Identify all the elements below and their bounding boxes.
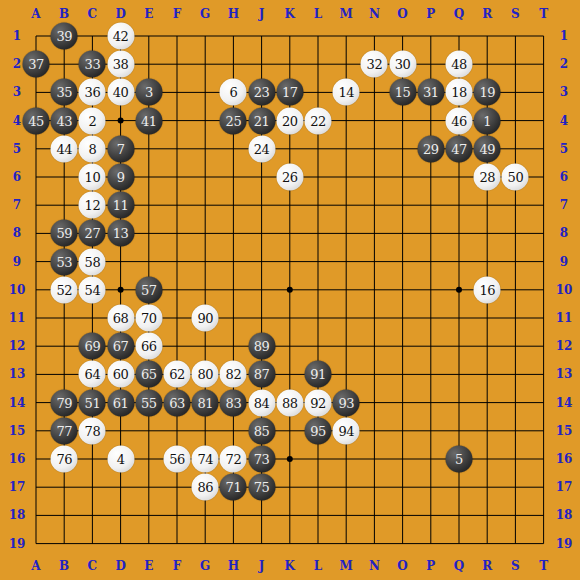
stone-black-j12: 89 — [248, 333, 275, 360]
stone-number: 47 — [451, 142, 467, 155]
column-label-bottom-o: O — [397, 559, 407, 573]
column-label-top-e: E — [144, 7, 153, 21]
stone-number: 12 — [85, 199, 101, 212]
stone-black-j4: 21 — [248, 107, 275, 134]
column-label-top-p: P — [426, 7, 435, 21]
stone-black-r3: 19 — [474, 79, 501, 106]
stone-number: 6 — [230, 86, 238, 99]
row-label-left-12: 12 — [9, 339, 26, 353]
stone-black-d5: 7 — [107, 135, 134, 162]
stone-black-b14: 79 — [51, 389, 78, 416]
stone-black-e4: 41 — [135, 107, 162, 134]
row-label-left-2: 2 — [13, 57, 21, 71]
stone-number: 67 — [113, 340, 129, 353]
stone-white-q4: 46 — [446, 107, 473, 134]
stone-number: 42 — [113, 30, 129, 43]
row-label-right-3: 3 — [560, 85, 568, 99]
column-label-top-n: N — [369, 7, 380, 21]
stone-black-a2: 37 — [23, 51, 50, 78]
stone-white-d16: 4 — [107, 446, 134, 473]
stone-white-b10: 52 — [51, 276, 78, 303]
row-label-right-13: 13 — [556, 367, 573, 381]
stone-number: 29 — [423, 142, 439, 155]
stone-black-p3: 31 — [417, 79, 444, 106]
column-label-bottom-e: E — [144, 559, 153, 573]
stone-black-k3: 17 — [276, 79, 303, 106]
stone-number: 40 — [113, 86, 129, 99]
column-label-bottom-a: A — [31, 559, 40, 573]
stone-black-f14: 63 — [164, 389, 191, 416]
stone-black-d14: 61 — [107, 389, 134, 416]
stone-number: 56 — [169, 453, 185, 466]
stone-white-j5: 24 — [248, 135, 275, 162]
stone-black-b8: 59 — [51, 220, 78, 247]
row-label-left-17: 17 — [9, 480, 26, 494]
stone-black-q16: 5 — [446, 446, 473, 473]
stone-black-l13: 91 — [305, 361, 332, 388]
row-label-left-16: 16 — [9, 452, 26, 466]
stone-black-b15: 77 — [51, 417, 78, 444]
stone-number: 88 — [282, 396, 298, 409]
row-label-right-12: 12 — [556, 339, 573, 353]
stone-number: 70 — [141, 312, 157, 325]
column-label-bottom-s: S — [511, 559, 520, 573]
column-label-top-j: J — [259, 7, 265, 21]
stone-number: 19 — [479, 86, 495, 99]
stone-number: 45 — [28, 114, 44, 127]
stone-number: 38 — [113, 58, 129, 71]
row-label-left-3: 3 — [13, 85, 21, 99]
stone-number: 57 — [141, 283, 157, 296]
column-label-bottom-f: F — [173, 559, 182, 573]
row-label-right-17: 17 — [556, 480, 573, 494]
stone-white-m15: 94 — [333, 417, 360, 444]
stone-white-h16: 72 — [220, 446, 247, 473]
stone-number: 17 — [282, 86, 298, 99]
column-label-top-d: D — [115, 7, 125, 21]
row-label-left-11: 11 — [9, 311, 26, 325]
stone-black-b4: 43 — [51, 107, 78, 134]
stone-black-d6: 9 — [107, 164, 134, 191]
stone-white-c9: 58 — [79, 248, 106, 275]
stone-number: 80 — [197, 368, 213, 381]
stone-number: 68 — [113, 312, 129, 325]
stone-black-l15: 95 — [305, 417, 332, 444]
stone-number: 46 — [451, 114, 467, 127]
stone-number: 85 — [254, 424, 270, 437]
stone-number: 53 — [56, 255, 72, 268]
row-label-right-6: 6 — [560, 170, 568, 184]
stone-black-g14: 81 — [192, 389, 219, 416]
stone-number: 7 — [117, 142, 125, 155]
stone-number: 55 — [141, 396, 157, 409]
column-label-bottom-d: D — [115, 559, 125, 573]
row-label-left-7: 7 — [13, 198, 21, 212]
stone-white-c15: 78 — [79, 417, 106, 444]
stone-number: 73 — [254, 453, 270, 466]
column-label-bottom-p: P — [426, 559, 435, 573]
stone-white-o2: 30 — [389, 51, 416, 78]
stone-white-k14: 88 — [276, 389, 303, 416]
stone-number: 92 — [310, 396, 326, 409]
stone-number: 2 — [89, 114, 97, 127]
column-label-bottom-t: T — [539, 559, 548, 573]
stone-black-r4: 1 — [474, 107, 501, 134]
column-label-bottom-q: Q — [454, 559, 464, 573]
stone-number: 32 — [367, 58, 383, 71]
row-label-left-13: 13 — [9, 367, 26, 381]
stone-number: 22 — [310, 114, 326, 127]
stone-number: 37 — [28, 58, 44, 71]
column-label-bottom-l: L — [314, 559, 322, 573]
row-label-left-8: 8 — [13, 226, 21, 240]
stone-black-h17: 71 — [220, 474, 247, 501]
stone-number: 52 — [56, 283, 72, 296]
stone-black-d8: 13 — [107, 220, 134, 247]
stone-white-k6: 26 — [276, 164, 303, 191]
column-label-top-t: T — [539, 7, 548, 21]
column-label-top-c: C — [88, 7, 98, 21]
stone-black-b9: 53 — [51, 248, 78, 275]
stone-black-b3: 35 — [51, 79, 78, 106]
row-label-left-6: 6 — [13, 170, 21, 184]
stone-black-e13: 65 — [135, 361, 162, 388]
row-label-right-5: 5 — [560, 142, 568, 156]
stone-white-l14: 92 — [305, 389, 332, 416]
stone-number: 76 — [56, 453, 72, 466]
row-label-left-9: 9 — [13, 255, 21, 269]
row-label-right-9: 9 — [560, 255, 568, 269]
column-label-top-s: S — [511, 7, 520, 21]
stone-number: 26 — [282, 171, 298, 184]
column-label-top-a: A — [31, 7, 40, 21]
stone-white-q3: 18 — [446, 79, 473, 106]
stone-black-c8: 27 — [79, 220, 106, 247]
stone-number: 31 — [423, 86, 439, 99]
stone-black-e10: 57 — [135, 276, 162, 303]
star-point-d10 — [118, 287, 124, 293]
stone-black-d12: 67 — [107, 333, 134, 360]
stone-white-e12: 66 — [135, 333, 162, 360]
stone-number: 69 — [85, 340, 101, 353]
stone-number: 78 — [85, 424, 101, 437]
column-label-top-m: M — [340, 7, 353, 21]
stone-number: 36 — [85, 86, 101, 99]
stone-white-g16: 74 — [192, 446, 219, 473]
stone-number: 71 — [226, 481, 242, 494]
row-label-right-14: 14 — [556, 396, 573, 410]
column-label-top-g: G — [200, 7, 210, 21]
stone-number: 33 — [85, 58, 101, 71]
stone-white-l4: 22 — [305, 107, 332, 134]
stone-number: 14 — [338, 86, 354, 99]
stone-black-e3: 3 — [135, 79, 162, 106]
stone-white-c10: 54 — [79, 276, 106, 303]
stone-number: 24 — [254, 142, 270, 155]
stone-black-j15: 85 — [248, 417, 275, 444]
stone-white-c6: 10 — [79, 164, 106, 191]
stone-number: 20 — [282, 114, 298, 127]
column-label-top-o: O — [397, 7, 407, 21]
row-label-right-10: 10 — [556, 283, 573, 297]
stone-black-c12: 69 — [79, 333, 106, 360]
stone-number: 9 — [117, 171, 125, 184]
column-label-top-l: L — [314, 7, 322, 21]
stone-number: 21 — [254, 114, 270, 127]
stone-black-j13: 87 — [248, 361, 275, 388]
row-label-right-2: 2 — [560, 57, 568, 71]
star-point-d4 — [118, 118, 124, 124]
stone-number: 74 — [197, 453, 213, 466]
stone-number: 25 — [226, 114, 242, 127]
stone-number: 4 — [117, 453, 125, 466]
stone-white-g11: 90 — [192, 305, 219, 332]
stone-black-c14: 51 — [79, 389, 106, 416]
stone-white-f13: 62 — [164, 361, 191, 388]
column-label-bottom-j: J — [259, 559, 265, 573]
stone-white-g17: 86 — [192, 474, 219, 501]
star-point-k10 — [287, 287, 293, 293]
stone-number: 13 — [113, 227, 129, 240]
stone-number: 90 — [197, 312, 213, 325]
stone-white-h3: 6 — [220, 79, 247, 106]
stone-number: 27 — [85, 227, 101, 240]
stone-black-h14: 83 — [220, 389, 247, 416]
stone-white-d1: 42 — [107, 23, 134, 50]
stone-black-m14: 93 — [333, 389, 360, 416]
column-label-top-q: Q — [454, 7, 464, 21]
row-label-right-19: 19 — [556, 537, 573, 551]
stone-number: 3 — [145, 86, 153, 99]
stone-white-c5: 8 — [79, 135, 106, 162]
stone-number: 93 — [338, 396, 354, 409]
row-label-left-18: 18 — [9, 508, 26, 522]
stone-white-q2: 48 — [446, 51, 473, 78]
stone-white-f16: 56 — [164, 446, 191, 473]
stone-number: 51 — [85, 396, 101, 409]
stone-number: 75 — [254, 481, 270, 494]
column-label-bottom-b: B — [59, 559, 69, 573]
stone-number: 28 — [479, 171, 495, 184]
stone-black-h4: 25 — [220, 107, 247, 134]
stone-number: 8 — [89, 142, 97, 155]
stone-white-c4: 2 — [79, 107, 106, 134]
stone-white-m3: 14 — [333, 79, 360, 106]
stone-black-c2: 33 — [79, 51, 106, 78]
column-label-top-b: B — [59, 7, 69, 21]
stone-number: 72 — [226, 453, 242, 466]
stone-number: 35 — [56, 86, 72, 99]
stone-number: 18 — [451, 86, 467, 99]
stone-number: 59 — [56, 227, 72, 240]
stone-black-a4: 45 — [23, 107, 50, 134]
go-board-diagram: AABBCCDDEEFFGGHHJJKKLLMMNNOOPPQQRRSSTT11… — [0, 0, 580, 580]
column-label-bottom-g: G — [200, 559, 210, 573]
stone-number: 1 — [483, 114, 491, 127]
stone-number: 86 — [197, 481, 213, 494]
stone-white-e11: 70 — [135, 305, 162, 332]
row-label-right-11: 11 — [556, 311, 573, 325]
stone-white-k4: 20 — [276, 107, 303, 134]
stone-number: 58 — [85, 255, 101, 268]
row-label-right-4: 4 — [560, 114, 568, 128]
stone-number: 10 — [85, 171, 101, 184]
column-label-top-h: H — [228, 7, 239, 21]
star-point-k16 — [287, 456, 293, 462]
stone-white-d3: 40 — [107, 79, 134, 106]
column-label-bottom-r: R — [482, 559, 492, 573]
stone-white-c7: 12 — [79, 192, 106, 219]
stone-number: 16 — [479, 283, 495, 296]
row-label-right-15: 15 — [556, 424, 573, 438]
row-label-left-1: 1 — [13, 29, 21, 43]
stone-number: 77 — [56, 424, 72, 437]
row-label-left-19: 19 — [9, 537, 26, 551]
stone-black-p5: 29 — [417, 135, 444, 162]
stone-number: 23 — [254, 86, 270, 99]
row-label-right-7: 7 — [560, 198, 568, 212]
stone-number: 39 — [56, 30, 72, 43]
stone-number: 41 — [141, 114, 157, 127]
stone-white-b16: 76 — [51, 446, 78, 473]
column-label-bottom-h: H — [228, 559, 239, 573]
stone-white-r6: 28 — [474, 164, 501, 191]
row-label-left-15: 15 — [9, 424, 26, 438]
stone-number: 84 — [254, 396, 270, 409]
row-label-right-16: 16 — [556, 452, 573, 466]
stone-white-c3: 36 — [79, 79, 106, 106]
row-label-right-1: 1 — [560, 29, 568, 43]
stone-number: 50 — [508, 171, 524, 184]
stone-white-s6: 50 — [502, 164, 529, 191]
column-label-top-r: R — [482, 7, 492, 21]
stone-number: 61 — [113, 396, 129, 409]
stone-black-o3: 15 — [389, 79, 416, 106]
stone-white-j14: 84 — [248, 389, 275, 416]
stone-white-c13: 64 — [79, 361, 106, 388]
column-label-bottom-n: N — [369, 559, 380, 573]
stone-black-j3: 23 — [248, 79, 275, 106]
stone-black-r5: 49 — [474, 135, 501, 162]
stone-white-d2: 38 — [107, 51, 134, 78]
star-point-q10 — [456, 287, 462, 293]
stone-black-d7: 11 — [107, 192, 134, 219]
row-label-left-10: 10 — [9, 283, 26, 297]
column-label-bottom-k: K — [285, 559, 295, 573]
column-label-top-k: K — [285, 7, 295, 21]
stone-number: 91 — [310, 368, 326, 381]
stone-number: 87 — [254, 368, 270, 381]
stone-number: 94 — [338, 424, 354, 437]
row-label-left-14: 14 — [9, 396, 26, 410]
column-label-bottom-m: M — [340, 559, 353, 573]
stone-number: 79 — [56, 396, 72, 409]
stone-number: 43 — [56, 114, 72, 127]
stone-white-h13: 82 — [220, 361, 247, 388]
stone-black-j17: 75 — [248, 474, 275, 501]
stone-number: 63 — [169, 396, 185, 409]
column-label-bottom-c: C — [88, 559, 98, 573]
stone-white-n2: 32 — [361, 51, 388, 78]
stone-number: 48 — [451, 58, 467, 71]
stone-number: 54 — [85, 283, 101, 296]
stone-number: 65 — [141, 368, 157, 381]
stone-black-b1: 39 — [51, 23, 78, 50]
stone-white-d13: 60 — [107, 361, 134, 388]
stone-black-e14: 55 — [135, 389, 162, 416]
stone-number: 11 — [113, 199, 129, 212]
stone-black-j16: 73 — [248, 446, 275, 473]
stone-number: 81 — [197, 396, 213, 409]
stone-number: 15 — [395, 86, 411, 99]
stone-number: 30 — [395, 58, 411, 71]
stone-white-b5: 44 — [51, 135, 78, 162]
stone-number: 44 — [56, 142, 72, 155]
row-label-left-4: 4 — [13, 114, 21, 128]
stone-number: 49 — [479, 142, 495, 155]
row-label-left-5: 5 — [13, 142, 21, 156]
row-label-right-8: 8 — [560, 226, 568, 240]
row-label-right-18: 18 — [556, 508, 573, 522]
stone-number: 95 — [310, 424, 326, 437]
stone-number: 62 — [169, 368, 185, 381]
stone-black-q5: 47 — [446, 135, 473, 162]
stone-white-r10: 16 — [474, 276, 501, 303]
stone-number: 60 — [113, 368, 129, 381]
stone-number: 82 — [226, 368, 242, 381]
stone-number: 5 — [455, 453, 463, 466]
stone-number: 66 — [141, 340, 157, 353]
stone-number: 89 — [254, 340, 270, 353]
stone-white-d11: 68 — [107, 305, 134, 332]
column-label-top-f: F — [173, 7, 182, 21]
stone-number: 83 — [226, 396, 242, 409]
stone-white-g13: 80 — [192, 361, 219, 388]
stone-number: 64 — [85, 368, 101, 381]
